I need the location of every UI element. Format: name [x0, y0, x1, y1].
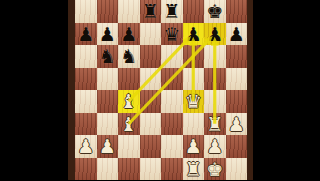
square-f2[interactable]: ♟	[183, 135, 205, 158]
square-g6[interactable]	[204, 45, 226, 68]
square-a7[interactable]: ♟	[75, 23, 97, 46]
square-c2[interactable]	[118, 135, 140, 158]
square-c5[interactable]	[118, 68, 140, 91]
piece-black-knight: ♞	[97, 45, 119, 68]
square-d8[interactable]: ♜	[140, 0, 162, 23]
piece-white-rook: ♜	[204, 113, 226, 136]
piece-white-pawn: ♟	[75, 135, 97, 158]
square-a6[interactable]	[75, 45, 97, 68]
board-grid: ♜♜♚♟♟♟♛♟♟♟♞♞♝♛♝♜♟♟♟♟♟♜♚	[75, 0, 247, 180]
square-b2[interactable]: ♟	[97, 135, 119, 158]
piece-black-knight: ♞	[118, 45, 140, 68]
square-c4[interactable]: ♝	[118, 90, 140, 113]
square-c8[interactable]	[118, 0, 140, 23]
piece-black-pawn: ♟	[118, 23, 140, 46]
square-a3[interactable]	[75, 113, 97, 136]
square-d6[interactable]	[140, 45, 162, 68]
square-e1[interactable]	[161, 158, 183, 181]
square-e7[interactable]: ♛	[161, 23, 183, 46]
square-f7[interactable]: ♟	[183, 23, 205, 46]
square-d1[interactable]	[140, 158, 162, 181]
square-b8[interactable]	[97, 0, 119, 23]
square-f5[interactable]	[183, 68, 205, 91]
square-d5[interactable]	[140, 68, 162, 91]
piece-black-pawn: ♟	[204, 23, 226, 46]
piece-black-pawn: ♟	[226, 23, 248, 46]
piece-white-bishop: ♝	[118, 113, 140, 136]
piece-white-queen: ♛	[183, 90, 205, 113]
square-f4[interactable]: ♛	[183, 90, 205, 113]
square-d4[interactable]	[140, 90, 162, 113]
piece-black-pawn: ♟	[97, 23, 119, 46]
piece-white-rook: ♜	[183, 158, 205, 181]
square-h6[interactable]	[226, 45, 248, 68]
square-d2[interactable]	[140, 135, 162, 158]
piece-white-king: ♚	[204, 158, 226, 181]
square-f3[interactable]	[183, 113, 205, 136]
square-a4[interactable]	[75, 90, 97, 113]
piece-white-pawn: ♟	[97, 135, 119, 158]
square-b4[interactable]	[97, 90, 119, 113]
piece-black-pawn: ♟	[183, 23, 205, 46]
square-c3[interactable]: ♝	[118, 113, 140, 136]
square-g4[interactable]	[204, 90, 226, 113]
piece-black-king: ♚	[204, 0, 226, 23]
square-e3[interactable]	[161, 113, 183, 136]
square-d7[interactable]	[140, 23, 162, 46]
piece-black-pawn: ♟	[75, 23, 97, 46]
square-g1[interactable]: ♚	[204, 158, 226, 181]
square-f1[interactable]: ♜	[183, 158, 205, 181]
square-e5[interactable]	[161, 68, 183, 91]
square-a1[interactable]	[75, 158, 97, 181]
video-frame: ♜♜♚♟♟♟♛♟♟♟♞♞♝♛♝♜♟♟♟♟♟♜♚	[0, 0, 320, 180]
square-a2[interactable]: ♟	[75, 135, 97, 158]
square-f8[interactable]	[183, 0, 205, 23]
square-g3[interactable]: ♜	[204, 113, 226, 136]
square-d3[interactable]	[140, 113, 162, 136]
piece-black-queen: ♛	[161, 23, 183, 46]
square-h5[interactable]	[226, 68, 248, 91]
square-c7[interactable]: ♟	[118, 23, 140, 46]
square-e6[interactable]	[161, 45, 183, 68]
square-g5[interactable]	[204, 68, 226, 91]
square-g7[interactable]: ♟	[204, 23, 226, 46]
square-b1[interactable]	[97, 158, 119, 181]
square-b5[interactable]	[97, 68, 119, 91]
square-e8[interactable]: ♜	[161, 0, 183, 23]
square-c1[interactable]	[118, 158, 140, 181]
piece-white-bishop: ♝	[118, 90, 140, 113]
square-h4[interactable]	[226, 90, 248, 113]
square-c6[interactable]: ♞	[118, 45, 140, 68]
square-e4[interactable]	[161, 90, 183, 113]
piece-white-pawn: ♟	[204, 135, 226, 158]
right-letterbox-bar	[253, 0, 320, 180]
square-b3[interactable]	[97, 113, 119, 136]
board-frame: ♜♜♚♟♟♟♛♟♟♟♞♞♝♛♝♜♟♟♟♟♟♜♚	[68, 0, 253, 180]
square-f6[interactable]	[183, 45, 205, 68]
square-a8[interactable]	[75, 0, 97, 23]
square-h3[interactable]: ♟	[226, 113, 248, 136]
piece-white-pawn: ♟	[226, 113, 248, 136]
piece-white-pawn: ♟	[183, 135, 205, 158]
square-g8[interactable]: ♚	[204, 0, 226, 23]
square-h8[interactable]	[226, 0, 248, 23]
square-e2[interactable]	[161, 135, 183, 158]
piece-black-rook: ♜	[161, 0, 183, 23]
square-h1[interactable]	[226, 158, 248, 181]
square-g2[interactable]: ♟	[204, 135, 226, 158]
piece-black-rook: ♜	[140, 0, 162, 23]
square-b7[interactable]: ♟	[97, 23, 119, 46]
square-h2[interactable]	[226, 135, 248, 158]
left-letterbox-bar	[0, 0, 68, 180]
square-h7[interactable]: ♟	[226, 23, 248, 46]
square-a5[interactable]	[75, 68, 97, 91]
square-b6[interactable]: ♞	[97, 45, 119, 68]
